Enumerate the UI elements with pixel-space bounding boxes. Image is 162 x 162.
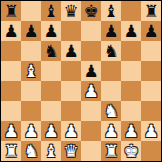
white-knight-icon: ♞ [23,141,38,161]
square-f3[interactable]: ♞ [101,101,121,121]
square-a5[interactable] [1,61,21,81]
black-pawn-icon: ♟ [83,61,98,81]
square-f8[interactable]: ♝ [101,1,121,21]
square-g1[interactable]: ♚ [121,141,141,161]
square-g2[interactable]: ♟ [121,121,141,141]
square-a3[interactable] [1,101,21,121]
square-e2[interactable] [81,121,101,141]
square-a4[interactable] [1,81,21,101]
black-rook-icon: ♜ [3,1,18,21]
square-e8[interactable]: ♚ [81,1,101,21]
square-b1[interactable]: ♞ [21,141,41,161]
square-g4[interactable] [121,81,141,101]
square-a7[interactable]: ♟ [1,21,21,41]
black-queen-icon: ♛ [63,1,78,21]
square-h4[interactable] [141,81,161,101]
square-h5[interactable] [141,61,161,81]
square-h3[interactable] [141,101,161,121]
square-d6[interactable]: ♟ [61,41,81,61]
square-a6[interactable] [1,41,21,61]
white-rook-icon: ♜ [103,141,118,161]
square-c3[interactable] [41,101,61,121]
square-e3[interactable] [81,101,101,121]
square-f5[interactable] [101,61,121,81]
black-pawn-icon: ♟ [3,21,18,41]
square-h8[interactable]: ♜ [141,1,161,21]
square-f7[interactable]: ♟ [101,21,121,41]
square-c8[interactable]: ♝ [41,1,61,21]
square-h6[interactable] [141,41,161,61]
square-d5[interactable] [61,61,81,81]
square-e5[interactable]: ♟ [81,61,101,81]
square-f4[interactable] [101,81,121,101]
square-g7[interactable]: ♟ [121,21,141,41]
black-pawn-icon: ♟ [143,21,158,41]
square-b5[interactable]: ♝ [21,61,41,81]
white-pawn-icon: ♟ [43,121,58,141]
square-a1[interactable]: ♜ [1,141,21,161]
square-h7[interactable]: ♟ [141,21,161,41]
black-rook-icon: ♜ [143,1,158,21]
black-king-icon: ♚ [83,1,98,21]
square-g3[interactable] [121,101,141,121]
white-pawn-icon: ♟ [143,121,158,141]
white-pawn-icon: ♟ [3,121,18,141]
square-e7[interactable] [81,21,101,41]
black-pawn-icon: ♟ [63,41,78,61]
square-f6[interactable]: ♞ [101,41,121,61]
square-c4[interactable] [41,81,61,101]
square-b8[interactable] [21,1,41,21]
white-bishop-icon: ♝ [43,141,58,161]
square-h1[interactable] [141,141,161,161]
square-b4[interactable] [21,81,41,101]
square-g8[interactable] [121,1,141,21]
square-c7[interactable]: ♟ [41,21,61,41]
white-rook-icon: ♜ [3,141,18,161]
square-b7[interactable]: ♟ [21,21,41,41]
black-pawn-icon: ♟ [43,21,58,41]
square-b3[interactable] [21,101,41,121]
square-g5[interactable] [121,61,141,81]
square-a8[interactable]: ♜ [1,1,21,21]
black-pawn-icon: ♟ [103,21,118,41]
black-pawn-icon: ♟ [123,21,138,41]
square-e4[interactable]: ♟ [81,81,101,101]
white-pawn-icon: ♟ [23,121,38,141]
square-h2[interactable]: ♟ [141,121,161,141]
black-bishop-icon: ♝ [43,1,58,21]
black-knight-icon: ♞ [43,41,58,61]
square-d7[interactable] [61,21,81,41]
square-g6[interactable] [121,41,141,61]
black-pawn-icon: ♟ [23,21,38,41]
square-d1[interactable]: ♛ [61,141,81,161]
white-pawn-icon: ♟ [103,121,118,141]
black-knight-icon: ♞ [103,41,118,61]
square-d4[interactable] [61,81,81,101]
square-f2[interactable]: ♟ [101,121,121,141]
chess-board: ♜♝♛♚♝♜♟♟♟♟♟♟♞♟♞♝♟♟♞♟♟♟♟♟♟♟♜♞♝♛♜♚ [0,0,162,162]
black-bishop-icon: ♝ [103,1,118,21]
square-e6[interactable] [81,41,101,61]
square-f1[interactable]: ♜ [101,141,121,161]
white-knight-icon: ♞ [103,101,118,121]
square-c1[interactable]: ♝ [41,141,61,161]
square-c6[interactable]: ♞ [41,41,61,61]
white-pawn-icon: ♟ [123,121,138,141]
white-pawn-icon: ♟ [63,121,78,141]
white-queen-icon: ♛ [63,141,78,161]
square-a2[interactable]: ♟ [1,121,21,141]
white-bishop-icon: ♝ [23,61,38,81]
square-b2[interactable]: ♟ [21,121,41,141]
square-e1[interactable] [81,141,101,161]
square-d3[interactable] [61,101,81,121]
square-d8[interactable]: ♛ [61,1,81,21]
square-d2[interactable]: ♟ [61,121,81,141]
white-pawn-icon: ♟ [83,81,98,101]
square-b6[interactable] [21,41,41,61]
square-c5[interactable] [41,61,61,81]
square-c2[interactable]: ♟ [41,121,61,141]
white-king-icon: ♚ [123,141,138,161]
